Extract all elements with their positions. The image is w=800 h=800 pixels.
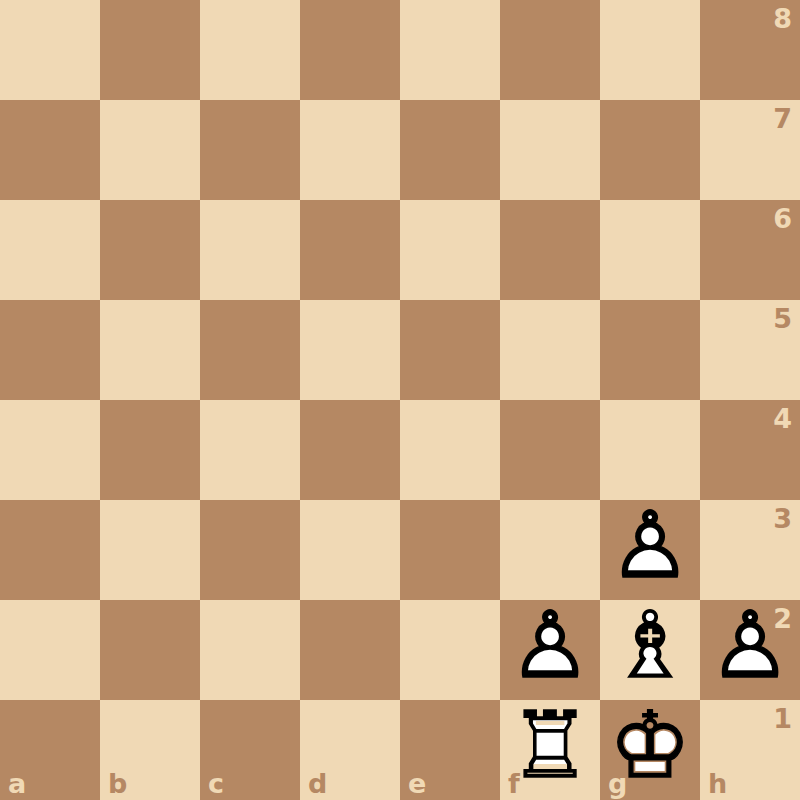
square-e7[interactable] [400, 100, 500, 200]
rank-label-7: 7 [773, 105, 792, 132]
square-b3[interactable] [100, 500, 200, 600]
square-a1[interactable]: a [0, 700, 100, 800]
square-h8[interactable]: 8 [700, 0, 800, 100]
square-a2[interactable] [0, 600, 100, 700]
rank-label-6: 6 [773, 205, 792, 232]
file-label-b: b [108, 770, 127, 797]
file-label-c: c [208, 770, 224, 797]
file-label-d: d [308, 770, 327, 797]
square-b2[interactable] [100, 600, 200, 700]
square-a3[interactable] [0, 500, 100, 600]
square-g7[interactable] [600, 100, 700, 200]
chess-board: 87654♟♙3♟♙♝♗2♟♙abcdef♜♖g♚♔1h [0, 0, 800, 800]
square-c1[interactable]: c [200, 700, 300, 800]
square-h2[interactable]: 2♟♙ [700, 600, 800, 700]
square-g4[interactable] [600, 400, 700, 500]
square-d3[interactable] [300, 500, 400, 600]
white-pawn-outline: ♙ [500, 596, 600, 696]
square-h1[interactable]: 1h [700, 700, 800, 800]
square-f4[interactable] [500, 400, 600, 500]
square-b1[interactable]: b [100, 700, 200, 800]
square-c6[interactable] [200, 200, 300, 300]
file-label-a: a [8, 770, 26, 797]
square-g3[interactable]: ♟♙ [600, 500, 700, 600]
square-h7[interactable]: 7 [700, 100, 800, 200]
square-a6[interactable] [0, 200, 100, 300]
square-a5[interactable] [0, 300, 100, 400]
white-bishop-outline: ♗ [600, 596, 700, 696]
square-c5[interactable] [200, 300, 300, 400]
square-f7[interactable] [500, 100, 600, 200]
square-d2[interactable] [300, 600, 400, 700]
square-g8[interactable] [600, 0, 700, 100]
rank-label-1: 1 [773, 705, 792, 732]
white-pawn[interactable]: ♟♙ [600, 500, 700, 600]
square-f8[interactable] [500, 0, 600, 100]
square-d8[interactable] [300, 0, 400, 100]
rank-label-5: 5 [773, 305, 792, 332]
square-g1[interactable]: g♚♔ [600, 700, 700, 800]
square-c7[interactable] [200, 100, 300, 200]
square-h5[interactable]: 5 [700, 300, 800, 400]
square-e3[interactable] [400, 500, 500, 600]
square-c8[interactable] [200, 0, 300, 100]
square-d7[interactable] [300, 100, 400, 200]
file-label-h: h [708, 770, 727, 797]
rank-label-8: 8 [773, 5, 792, 32]
square-g2[interactable]: ♝♗ [600, 600, 700, 700]
square-d5[interactable] [300, 300, 400, 400]
square-e2[interactable] [400, 600, 500, 700]
square-f6[interactable] [500, 200, 600, 300]
white-rook[interactable]: ♜♖ [500, 700, 600, 800]
square-b4[interactable] [100, 400, 200, 500]
white-rook-outline: ♖ [500, 696, 600, 796]
square-e4[interactable] [400, 400, 500, 500]
square-g5[interactable] [600, 300, 700, 400]
square-h4[interactable]: 4 [700, 400, 800, 500]
square-e1[interactable]: e [400, 700, 500, 800]
square-e6[interactable] [400, 200, 500, 300]
square-c2[interactable] [200, 600, 300, 700]
white-pawn[interactable]: ♟♙ [500, 600, 600, 700]
white-pawn-outline: ♙ [600, 496, 700, 596]
square-b7[interactable] [100, 100, 200, 200]
square-c4[interactable] [200, 400, 300, 500]
square-d6[interactable] [300, 200, 400, 300]
white-king-outline: ♔ [600, 696, 700, 796]
square-b6[interactable] [100, 200, 200, 300]
square-e5[interactable] [400, 300, 500, 400]
file-label-e: e [408, 770, 426, 797]
square-d4[interactable] [300, 400, 400, 500]
square-d1[interactable]: d [300, 700, 400, 800]
square-f2[interactable]: ♟♙ [500, 600, 600, 700]
white-pawn[interactable]: ♟♙ [700, 600, 800, 700]
white-bishop[interactable]: ♝♗ [600, 600, 700, 700]
square-h6[interactable]: 6 [700, 200, 800, 300]
white-king[interactable]: ♚♔ [600, 700, 700, 800]
square-b5[interactable] [100, 300, 200, 400]
square-e8[interactable] [400, 0, 500, 100]
square-f5[interactable] [500, 300, 600, 400]
square-a4[interactable] [0, 400, 100, 500]
square-b8[interactable] [100, 0, 200, 100]
rank-label-3: 3 [773, 505, 792, 532]
square-f3[interactable] [500, 500, 600, 600]
square-c3[interactable] [200, 500, 300, 600]
square-a7[interactable] [0, 100, 100, 200]
rank-label-4: 4 [773, 405, 792, 432]
square-f1[interactable]: f♜♖ [500, 700, 600, 800]
square-g6[interactable] [600, 200, 700, 300]
white-pawn-outline: ♙ [700, 596, 800, 696]
square-a8[interactable] [0, 0, 100, 100]
square-h3[interactable]: 3 [700, 500, 800, 600]
